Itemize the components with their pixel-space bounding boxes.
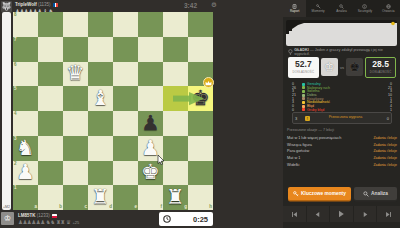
square-e6[interactable] — [113, 62, 138, 87]
white-rook[interactable]: ♜ — [163, 185, 188, 210]
lesson-link[interactable]: Zadania i lekcje — [373, 149, 397, 153]
white-bishop[interactable]: ♝ — [88, 86, 113, 111]
next-icon — [362, 211, 369, 218]
tab-bar: RaportMomentyAnalizaSzczegółyOtwarcia — [283, 0, 400, 17]
rank-label: 6 — [14, 63, 17, 68]
play-icon — [337, 210, 345, 218]
square-d5[interactable]: ♝ — [88, 86, 113, 111]
square-c1[interactable]: c — [63, 185, 88, 210]
bottom-clock-time: 0:25 — [171, 215, 208, 224]
black-pawn[interactable]: ♟ — [138, 111, 163, 136]
classification-icon — [302, 101, 305, 104]
classification-icon — [302, 90, 305, 93]
tab-raport[interactable]: Raport — [283, 0, 306, 17]
classification-icon — [302, 105, 305, 108]
square-f5[interactable] — [138, 86, 163, 111]
tab-szczegóły[interactable]: Szczegóły — [353, 0, 376, 17]
square-c8[interactable] — [63, 12, 88, 37]
missed-win-label: Przeoczona wygrana — [325, 116, 367, 120]
top-player-rating: (1135) — [38, 2, 51, 7]
white-player-avatar: ♔ — [321, 58, 338, 76]
lesson-title: Para gońców — [287, 149, 309, 153]
square-d6[interactable] — [88, 62, 113, 87]
material-advantage: +25 — [72, 220, 79, 225]
square-a1[interactable]: 1a — [13, 185, 38, 210]
playback-skip-start[interactable] — [283, 206, 306, 222]
square-g6[interactable] — [163, 62, 188, 87]
analysis-panel: RaportMomentyAnalizaSzczegółyOtwarcia GŁ… — [283, 0, 400, 228]
missed-win-white-count: 3 — [295, 116, 305, 121]
evaluation-bar: +M2 — [2, 12, 11, 210]
board[interactable]: 876♛5♝♚4♟3♞♟2♟♚1abcd♜efg♜h — [13, 12, 213, 210]
file-label: e — [134, 205, 137, 210]
square-b7[interactable] — [38, 37, 63, 62]
square-f1[interactable]: f — [138, 185, 163, 210]
square-b1[interactable]: b — [38, 185, 63, 210]
bottom-player-rating: (1233) — [37, 213, 50, 218]
square-f6[interactable] — [138, 62, 163, 87]
key-moments-button[interactable]: Kluczowe momenty — [288, 187, 351, 200]
bottom-captured-pieces: ♟♟♟♟♟♟ ♞♞ ♜♜ ♛+25 — [18, 219, 79, 225]
square-c4[interactable] — [63, 111, 88, 136]
skip-start-icon — [291, 211, 298, 218]
black-player-avatar: ♚ — [346, 58, 363, 76]
tab-momenty[interactable]: Momenty — [306, 0, 329, 17]
square-g3[interactable] — [163, 136, 188, 161]
square-b3[interactable] — [38, 136, 63, 161]
square-g1[interactable]: g♜ — [163, 185, 188, 210]
square-b4[interactable] — [38, 111, 63, 136]
missed-win-row[interactable]: 3 ! Przeoczona wygrana 0 — [292, 112, 392, 124]
square-g8[interactable] — [163, 12, 188, 37]
square-a5[interactable]: 5 — [13, 86, 38, 111]
lesson-title: Mat w 1 — [287, 156, 300, 160]
classification-icon — [302, 86, 305, 89]
lightbulb-icon — [288, 49, 293, 55]
tab-label: Analiza — [336, 10, 346, 13]
square-e1[interactable]: e — [113, 185, 138, 210]
white-knight[interactable]: ♞ — [13, 136, 38, 161]
square-e4[interactable] — [113, 111, 138, 136]
square-b8[interactable] — [38, 12, 63, 37]
square-h8[interactable] — [188, 12, 213, 37]
white-pawn[interactable]: ♟ — [13, 161, 38, 186]
rank-label: 4 — [14, 112, 17, 117]
file-label: c — [84, 205, 87, 210]
rank-label: 5 — [14, 87, 17, 92]
graph-current-move-dot — [391, 22, 395, 26]
square-a4[interactable]: 4 — [13, 111, 38, 136]
vs-label: vs — [340, 65, 344, 70]
lesson-row: Para gońcówZadania i lekcje — [287, 148, 397, 155]
lessons-rows: Mat w 1 lub więcej posunięciachZadania i… — [287, 135, 397, 169]
black-king[interactable]: ♚ — [188, 86, 213, 111]
black-accuracy-caption: DOKŁADNOŚĆ — [370, 70, 392, 74]
square-f7[interactable] — [138, 37, 163, 62]
rank-label: 8 — [14, 13, 17, 18]
square-e3[interactable] — [113, 136, 138, 161]
missed-win-icon: ! — [305, 116, 310, 121]
square-h1[interactable]: h — [188, 185, 213, 210]
lessons-section: Przeoczone okazje — 7 lekcji Mat w 1 lub… — [287, 128, 397, 168]
skip-end-icon — [385, 211, 392, 218]
classification-icon — [302, 83, 305, 86]
playback-prev[interactable] — [307, 206, 330, 222]
analysis-button[interactable]: Analiza — [354, 187, 397, 200]
accuracy-row: 52.7 DOKŁADNOŚĆ ♔ vs ♚ 28.5 DOKŁADNOŚĆ — [288, 56, 396, 78]
playback-controls — [283, 206, 400, 222]
square-a3[interactable]: 3♞ — [13, 136, 38, 161]
square-g2[interactable] — [163, 161, 188, 186]
square-d8[interactable] — [88, 12, 113, 37]
square-e2[interactable] — [113, 161, 138, 186]
tab-label: Otwarcia — [382, 10, 395, 13]
file-label: b — [59, 205, 62, 210]
rank-label: 7 — [14, 38, 17, 43]
playback-next[interactable] — [354, 206, 377, 222]
file-label: a — [34, 205, 37, 210]
square-h5[interactable]: ♚ — [188, 86, 213, 111]
missed-win-black-count: 0 — [379, 116, 389, 121]
analysis-label: Analiza — [371, 191, 388, 196]
classification-row[interactable]: 0Gruby błąd1 — [292, 108, 392, 112]
lesson-link[interactable]: Zadania i lekcje — [373, 143, 397, 147]
key-icon — [293, 191, 299, 197]
square-b2[interactable] — [38, 161, 63, 186]
evaluation-label: +M2 — [2, 205, 11, 209]
evaluation-graph[interactable] — [286, 20, 397, 46]
tab-otwarcia[interactable]: Otwarcia — [377, 0, 400, 17]
tab-label: Szczegóły — [358, 10, 373, 13]
key-moments-label: Kluczowe momenty — [301, 191, 346, 196]
black-accuracy-value: 28.5 — [372, 60, 389, 69]
square-d3[interactable] — [88, 136, 113, 161]
square-f4[interactable]: ♟ — [138, 111, 163, 136]
tab-label: Momenty — [312, 10, 325, 13]
lesson-title: Widełki — [287, 163, 299, 167]
classification-icon — [302, 94, 305, 97]
square-d2[interactable] — [88, 161, 113, 186]
square-a8[interactable]: 8 — [13, 12, 38, 37]
square-g5[interactable] — [163, 86, 188, 111]
bottom-player-name[interactable]: LM85TK (1233) — [18, 213, 57, 218]
square-a2[interactable]: 2♟ — [13, 161, 38, 186]
square-g4[interactable] — [163, 111, 188, 136]
france-flag-icon — [53, 3, 58, 7]
square-h7[interactable] — [188, 37, 213, 62]
square-h3[interactable] — [188, 136, 213, 161]
lesson-link[interactable]: Zadania i lekcje — [373, 156, 397, 160]
square-e5[interactable] — [113, 86, 138, 111]
playback-skip-end[interactable] — [377, 206, 400, 222]
top-player-avatar[interactable]: 🐺 — [1, 1, 12, 12]
prev-icon — [314, 211, 321, 218]
white-queen[interactable]: ♛ — [63, 62, 88, 87]
winner-crown-badge — [203, 77, 214, 88]
tab-analiza[interactable]: Analiza — [330, 0, 353, 17]
square-d1[interactable]: d♜ — [88, 185, 113, 210]
lesson-title: Mat w 1 lub więcej posunięciach — [287, 136, 341, 140]
square-c6[interactable]: ♛ — [63, 62, 88, 87]
square-c5[interactable] — [63, 86, 88, 111]
square-g7[interactable] — [163, 37, 188, 62]
mouse-cursor-icon — [157, 155, 165, 165]
square-c3[interactable] — [63, 136, 88, 161]
square-d7[interactable] — [88, 37, 113, 62]
square-b5[interactable] — [38, 86, 63, 111]
file-label: h — [209, 205, 212, 210]
white-accuracy-value: 52.7 — [295, 60, 312, 69]
lesson-link[interactable]: Zadania i lekcje — [373, 136, 397, 140]
classification-icon — [302, 97, 305, 100]
chesscom-analysis-screen: +M2 🐺 TripleWolf (1135) ♟♟♟♟♟♟ ♝ ♞ 3:42 … — [0, 0, 400, 228]
bottom-player-avatar[interactable]: ♔ — [1, 212, 14, 225]
top-player-clock: 3:42 — [184, 2, 197, 9]
black-accuracy-card: 28.5 DOKŁADNOŚĆ — [365, 57, 396, 78]
tab-label: Raport — [290, 10, 300, 13]
white-accuracy-caption: DOKŁADNOŚĆ — [293, 70, 315, 74]
clock-icon — [163, 215, 171, 223]
lesson-row: Wisząca figuraZadania i lekcje — [287, 141, 397, 148]
lesson-row: Mat w 1 lub więcej posunięciachZadania i… — [287, 135, 397, 142]
bottom-player-clock: 0:25 — [159, 212, 213, 226]
square-d4[interactable] — [88, 111, 113, 136]
lesson-row: WidełkiZadania i lekcje — [287, 162, 397, 169]
square-e8[interactable] — [113, 12, 138, 37]
square-a7[interactable]: 7 — [13, 37, 38, 62]
classification-icon — [302, 108, 305, 111]
square-c2[interactable] — [63, 161, 88, 186]
lesson-row: Mat w 1Zadania i lekcje — [287, 155, 397, 162]
lesson-title: Wisząca figura — [287, 143, 312, 147]
rank-label: 1 — [14, 186, 17, 191]
poland-flag-icon — [52, 214, 57, 218]
white-accuracy-card: 52.7 DOKŁADNOŚĆ — [288, 57, 319, 78]
gear-icon[interactable]: ⚙ — [211, 1, 217, 9]
lessons-header: Przeoczone okazje — 7 lekcji — [287, 128, 397, 132]
top-player-name[interactable]: TripleWolf (1135) — [15, 2, 58, 7]
file-label: f — [161, 205, 163, 210]
square-e7[interactable] — [113, 37, 138, 62]
square-a6[interactable]: 6 — [13, 62, 38, 87]
square-f8[interactable] — [138, 12, 163, 37]
square-h4[interactable] — [188, 111, 213, 136]
game-summary: GŁADKI — Jeden z graczy zdobył przewagę … — [288, 48, 396, 56]
square-c7[interactable] — [63, 37, 88, 62]
square-b6[interactable] — [38, 62, 63, 87]
white-rook[interactable]: ♜ — [88, 185, 113, 210]
magnifier-icon — [363, 191, 369, 197]
square-h2[interactable] — [188, 161, 213, 186]
playback-play[interactable] — [330, 206, 353, 222]
classification-list: 0Genialny026Najlepszy ruch213Świetna321D… — [292, 82, 392, 112]
lesson-link[interactable]: Zadania i lekcje — [373, 163, 397, 167]
